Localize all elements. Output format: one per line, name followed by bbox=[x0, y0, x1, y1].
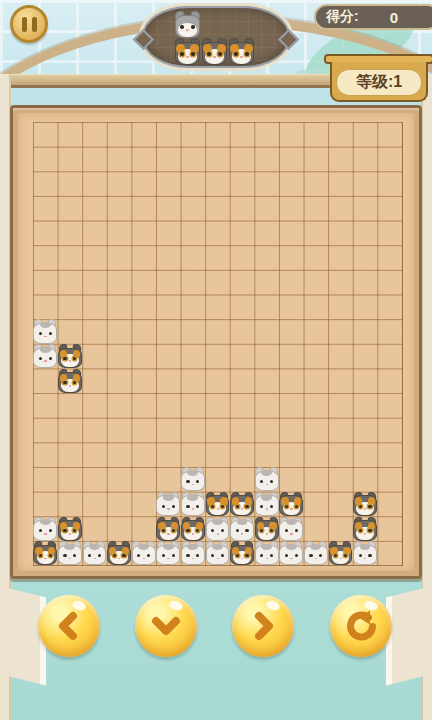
white-cat-piece bbox=[304, 541, 329, 566]
calico-cat-piece bbox=[58, 516, 83, 541]
calico-cat-piece bbox=[228, 38, 255, 65]
calico-cat-piece bbox=[156, 516, 181, 541]
calico-cat-piece bbox=[201, 38, 228, 65]
calico-cat-piece bbox=[181, 516, 206, 541]
calico-cat-piece bbox=[328, 541, 353, 566]
white-cat-piece bbox=[205, 541, 230, 566]
white-cat-piece bbox=[33, 319, 58, 344]
white-cat-piece bbox=[254, 541, 279, 566]
white-cat-piece bbox=[156, 541, 181, 566]
white-cat-piece bbox=[181, 467, 206, 492]
calico-cat-piece bbox=[230, 492, 255, 517]
white-cat-piece bbox=[181, 541, 206, 566]
right-door-decoration bbox=[386, 586, 432, 685]
level-plaque: 等级:1 bbox=[328, 54, 430, 102]
white-cat-piece bbox=[279, 516, 304, 541]
white-cat-piece bbox=[58, 541, 83, 566]
rotate-button[interactable] bbox=[330, 595, 392, 657]
white-cat-piece bbox=[131, 541, 156, 566]
white-cat-piece bbox=[279, 541, 304, 566]
gray-cat-piece bbox=[174, 11, 201, 38]
game-screen: 得分: 0 等级:1 bbox=[0, 0, 432, 720]
score-value: 0 bbox=[390, 9, 398, 26]
next-piece-grid bbox=[174, 11, 259, 67]
level-label: 等级:1 bbox=[336, 69, 422, 96]
pause-icon bbox=[13, 17, 45, 32]
white-cat-piece bbox=[156, 492, 181, 517]
calico-cat-piece bbox=[353, 516, 378, 541]
white-cat-piece bbox=[181, 492, 206, 517]
board-grid bbox=[33, 122, 403, 566]
calico-cat-piece bbox=[58, 369, 83, 394]
chevron-left-icon bbox=[51, 608, 87, 644]
score-badge: 得分: 0 bbox=[314, 4, 432, 30]
calico-cat-piece bbox=[58, 344, 83, 369]
move-right-button[interactable] bbox=[232, 595, 294, 657]
calico-cat-piece bbox=[107, 541, 132, 566]
white-cat-piece bbox=[230, 516, 255, 541]
white-cat-piece bbox=[33, 344, 58, 369]
calico-cat-piece bbox=[254, 516, 279, 541]
rotate-icon bbox=[343, 608, 379, 644]
calico-cat-piece bbox=[174, 38, 201, 65]
white-cat-piece bbox=[353, 541, 378, 566]
chevron-right-icon bbox=[245, 608, 281, 644]
calico-cat-piece bbox=[230, 541, 255, 566]
calico-cat-piece bbox=[33, 541, 58, 566]
pause-button[interactable] bbox=[10, 5, 48, 43]
game-board bbox=[10, 105, 422, 579]
white-cat-piece bbox=[254, 492, 279, 517]
calico-cat-piece bbox=[353, 492, 378, 517]
calico-cat-piece bbox=[205, 492, 230, 517]
calico-cat-piece bbox=[279, 492, 304, 517]
white-cat-piece bbox=[33, 516, 58, 541]
white-cat-piece bbox=[82, 541, 107, 566]
white-cat-piece bbox=[205, 516, 230, 541]
next-piece-panel bbox=[142, 6, 290, 68]
move-left-button[interactable] bbox=[38, 595, 100, 657]
chevron-down-icon bbox=[148, 608, 184, 644]
move-down-button[interactable] bbox=[135, 595, 197, 657]
white-cat-piece bbox=[254, 467, 279, 492]
score-label: 得分: bbox=[326, 8, 359, 26]
